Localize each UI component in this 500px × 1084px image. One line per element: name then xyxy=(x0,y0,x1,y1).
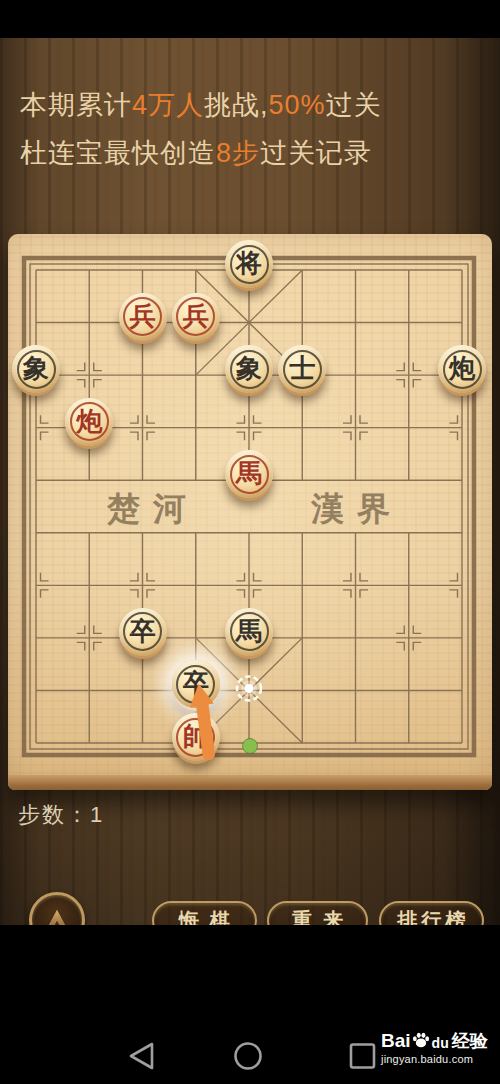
piece-red-帥[interactable]: 帥 xyxy=(172,713,220,761)
headline-segment: 过关记录 xyxy=(260,138,372,168)
piece-character: 象 xyxy=(23,355,49,383)
piece-black-卒[interactable]: 卒 xyxy=(119,608,167,656)
piece-character: 卒 xyxy=(183,670,209,698)
status-bar xyxy=(0,0,500,38)
piece-character: 将 xyxy=(236,250,262,278)
piece-red-炮[interactable]: 炮 xyxy=(65,398,113,446)
piece-black-卒[interactable]: 卒 xyxy=(172,660,220,708)
piece-black-将[interactable]: 将 xyxy=(225,240,273,288)
headline-segment: 过关 xyxy=(326,90,382,120)
baidu-paw-icon xyxy=(411,1030,431,1050)
jingyan-brand-text: 经验 xyxy=(452,1032,488,1050)
baidu-brand-text-2: du xyxy=(432,1036,449,1050)
headline-segment: 8步 xyxy=(216,138,260,168)
piece-character: 兵 xyxy=(130,303,156,331)
xiangqi-board[interactable] xyxy=(8,234,492,790)
headline-segment: 50% xyxy=(269,90,326,120)
baidu-brand-text-1: Bai xyxy=(381,1031,411,1050)
nav-back-icon[interactable] xyxy=(131,1044,152,1068)
piece-character: 帥 xyxy=(183,723,209,751)
watermark-url: jingyan.baidu.com xyxy=(381,1053,488,1065)
record-holder-line: 杜连宝最快创造8步过关记录 xyxy=(20,135,372,171)
piece-character: 卒 xyxy=(130,618,156,646)
game-background: 本期累计4万人挑战,50%过关 杜连宝最快创造8步过关记录 楚河 漢界 将兵兵象… xyxy=(0,38,500,925)
nav-recents-icon[interactable] xyxy=(351,1045,374,1068)
piece-character: 炮 xyxy=(449,355,475,383)
piece-black-象[interactable]: 象 xyxy=(12,345,60,393)
step-counter: 步数：1 xyxy=(18,800,104,830)
headline-segment: 挑战, xyxy=(204,90,269,120)
piece-character: 馬 xyxy=(236,460,262,488)
river-label-left: 楚河 xyxy=(107,487,199,532)
piece-red-兵[interactable]: 兵 xyxy=(172,293,220,341)
piece-character: 兵 xyxy=(183,303,209,331)
river-label-right: 漢界 xyxy=(311,487,403,532)
baidu-jingyan-watermark: Bai du 经验 jingyan.baidu.com xyxy=(381,1030,488,1065)
phone-screen: 本期累计4万人挑战,50%过关 杜连宝最快创造8步过关记录 楚河 漢界 将兵兵象… xyxy=(0,0,500,1084)
headline-segment: 本期累计 xyxy=(20,90,132,120)
challenge-stats-line: 本期累计4万人挑战,50%过关 xyxy=(20,87,382,123)
headline-segment: 杜连宝最快创造 xyxy=(20,138,216,168)
piece-character: 炮 xyxy=(76,408,102,436)
piece-black-馬[interactable]: 馬 xyxy=(225,608,273,656)
headline-segment: 4万人 xyxy=(132,90,204,120)
piece-character: 馬 xyxy=(236,618,262,646)
piece-character: 士 xyxy=(289,355,315,383)
nav-home-icon[interactable] xyxy=(236,1044,261,1069)
piece-black-炮[interactable]: 炮 xyxy=(438,345,486,393)
piece-red-馬[interactable]: 馬 xyxy=(225,450,273,498)
piece-black-象[interactable]: 象 xyxy=(225,345,273,393)
piece-red-兵[interactable]: 兵 xyxy=(119,293,167,341)
piece-character: 象 xyxy=(236,355,262,383)
